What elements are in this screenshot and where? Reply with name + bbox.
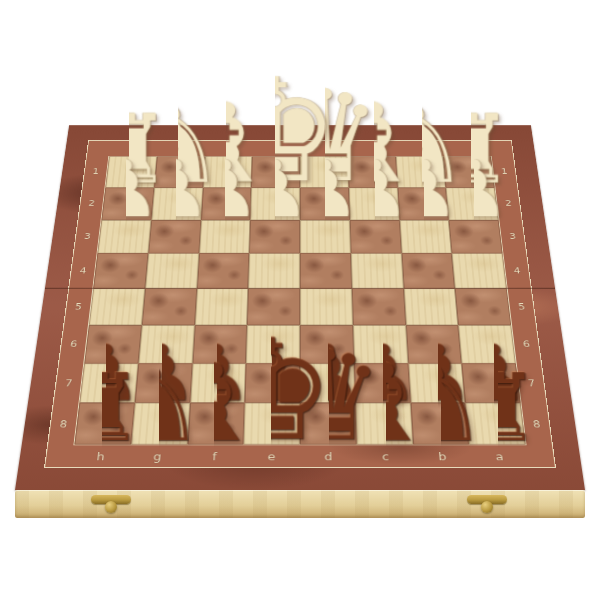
square-d5: [300, 289, 353, 326]
square-a1: ♜: [443, 156, 494, 187]
rank-label-right-4: 4: [503, 253, 531, 288]
square-f5: [194, 289, 248, 326]
square-e8: ♚: [244, 403, 300, 445]
rank-label-right-2: 2: [495, 187, 521, 219]
square-c6: [353, 325, 408, 363]
square-a4: [452, 253, 507, 288]
file-labels: hgfedcba: [71, 445, 529, 467]
rank-label-left-3: 3: [74, 220, 101, 254]
square-a3: [449, 220, 503, 254]
square-a5: [455, 289, 511, 326]
rank-label-left-1: 1: [83, 156, 109, 187]
brass-clasp-knob: [105, 501, 117, 513]
square-h6: [84, 325, 141, 363]
square-b8: ♞: [410, 403, 469, 445]
square-c1: ♝: [348, 156, 398, 187]
square-f3: [199, 220, 251, 254]
square-a2: ♟: [446, 188, 499, 220]
square-a6: [458, 325, 515, 363]
rank-label-left-4: 4: [69, 253, 97, 288]
square-h2: ♟: [102, 188, 155, 220]
square-b1: ♞: [395, 156, 446, 187]
file-label-a: a: [470, 445, 529, 467]
square-f7: ♟: [190, 363, 246, 403]
rank-label-left-7: 7: [54, 364, 84, 404]
square-c8: ♝: [355, 403, 413, 445]
rank-label-left-8: 8: [48, 404, 78, 446]
square-f1: ♝: [203, 156, 253, 187]
square-b2: ♟: [397, 188, 449, 220]
box-front-edge: [15, 490, 585, 518]
file-label-h: h: [71, 445, 130, 467]
square-e6: [246, 325, 300, 363]
rank-label-left-5: 5: [64, 289, 92, 326]
rank-label-left-2: 2: [78, 187, 104, 219]
file-label-e: e: [243, 445, 300, 467]
square-f6: [192, 325, 247, 363]
file-label-g: g: [128, 445, 187, 467]
square-h4: [93, 253, 148, 288]
square-c4: [351, 253, 404, 288]
square-d1: ♛: [300, 156, 349, 187]
rank-label-right-5: 5: [508, 289, 536, 326]
square-g6: [138, 325, 194, 363]
square-f8: ♝: [187, 403, 245, 445]
square-d7: ♟: [300, 363, 355, 403]
coordinate-band: ♜♞♝♚♛♝♞♜♟♟♟♟♟♟♟♟♟♟♟♟♟♟♟♟♜♞♝♚♛♝♞♜ hgfedcb…: [44, 140, 556, 468]
file-label-c: c: [357, 445, 415, 467]
square-e4: [248, 253, 300, 288]
square-d6: [300, 325, 354, 363]
square-g7: ♟: [135, 363, 193, 403]
chess-board: ♜♞♝♚♛♝♞♜♟♟♟♟♟♟♟♟♟♟♟♟♟♟♟♟♜♞♝♚♛♝♞♜ hgfedcb…: [15, 125, 585, 490]
square-b6: [406, 325, 462, 363]
square-c5: [352, 289, 406, 326]
square-e3: [249, 220, 300, 254]
square-g3: [148, 220, 201, 254]
square-c2: ♟: [349, 188, 400, 220]
rank-label-right-6: 6: [512, 325, 541, 363]
file-label-d: d: [300, 445, 357, 467]
squares-grid: ♜♞♝♚♛♝♞♜♟♟♟♟♟♟♟♟♟♟♟♟♟♟♟♟♜♞♝♚♛♝♞♜: [73, 156, 526, 445]
brass-clasp-right: [467, 495, 507, 515]
square-h1: ♜: [105, 156, 156, 187]
rank-label-right-3: 3: [499, 220, 526, 254]
square-d8: ♛: [300, 403, 356, 445]
brass-clasp-left: [91, 495, 131, 515]
square-a7: ♟: [462, 363, 521, 403]
square-h7: ♟: [79, 363, 138, 403]
square-h5: [89, 289, 145, 326]
square-e2: ♟: [250, 188, 300, 220]
square-g5: [142, 289, 197, 326]
square-c3: [350, 220, 402, 254]
square-e1: ♚: [251, 156, 300, 187]
brass-clasp-knob: [481, 501, 493, 513]
file-label-b: b: [413, 445, 472, 467]
square-d3: [300, 220, 351, 254]
square-f2: ♟: [201, 188, 252, 220]
square-b7: ♟: [408, 363, 466, 403]
square-b3: [399, 220, 452, 254]
square-g1: ♞: [154, 156, 205, 187]
square-c7: ♟: [354, 363, 410, 403]
square-g4: [145, 253, 199, 288]
square-g8: ♞: [131, 403, 190, 445]
rank-label-right-8: 8: [522, 404, 552, 446]
square-h3: [97, 220, 151, 254]
rank-label-right-7: 7: [517, 364, 547, 404]
rank-label-left-6: 6: [59, 325, 88, 363]
square-h8: ♜: [74, 403, 134, 445]
square-b4: [401, 253, 455, 288]
square-e5: [247, 289, 300, 326]
square-e7: ♟: [245, 363, 300, 403]
square-a8: ♜: [465, 403, 525, 445]
square-f4: [197, 253, 250, 288]
square-d4: [300, 253, 352, 288]
file-label-f: f: [185, 445, 243, 467]
rank-label-right-1: 1: [492, 156, 518, 187]
board-frame: ♜♞♝♚♛♝♞♜♟♟♟♟♟♟♟♟♟♟♟♟♟♟♟♟♜♞♝♚♛♝♞♜ hgfedcb…: [15, 125, 585, 490]
square-b5: [403, 289, 458, 326]
chessboard-product-photo: ♜♞♝♚♛♝♞♜♟♟♟♟♟♟♟♟♟♟♟♟♟♟♟♟♜♞♝♚♛♝♞♜ hgfedcb…: [0, 0, 600, 600]
square-d2: ♟: [300, 188, 350, 220]
square-g2: ♟: [151, 188, 203, 220]
